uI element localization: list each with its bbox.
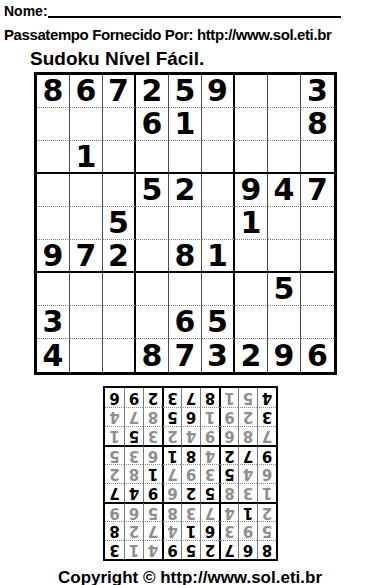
sudoku-cell [235, 141, 268, 174]
solution-cell: 7 [257, 426, 276, 445]
solution-cell: 5 [257, 521, 276, 540]
solution-cell: 4 [181, 426, 200, 445]
solution-cell: 8 [181, 445, 200, 464]
solution-cell: 6 [219, 426, 238, 445]
sudoku-cell [235, 240, 268, 273]
solution-cell: 8 [162, 502, 181, 521]
solution-cell: 9 [257, 445, 276, 464]
sudoku-cell [169, 273, 202, 306]
page-title: Sudoku Nível Fácil. [30, 48, 380, 70]
solution-cell: 2 [124, 521, 143, 540]
solution-cell: 1 [143, 464, 162, 483]
sudoku-cell: 2 [103, 240, 136, 273]
sudoku-cell [103, 339, 136, 372]
sudoku-cell [136, 306, 169, 339]
solution-cell: 5 [162, 407, 181, 426]
sudoku-cell [70, 273, 103, 306]
solution-cell: 5 [143, 502, 162, 521]
solution-cell: 4 [200, 445, 219, 464]
solution-grid: 8672594135936147282147385691385269476453… [103, 386, 278, 561]
sudoku-cell: 8 [136, 339, 169, 372]
sudoku-cell [268, 207, 301, 240]
sudoku-cell: 7 [169, 339, 202, 372]
sudoku-cell [268, 306, 301, 339]
solution-cell: 9 [143, 483, 162, 502]
solution-cell: 3 [181, 502, 200, 521]
solution-cell: 4 [105, 407, 124, 426]
sudoku-cell [202, 108, 235, 141]
sudoku-cell: 8 [169, 240, 202, 273]
solution-cell: 6 [105, 388, 124, 407]
sudoku-cell [301, 141, 334, 174]
sudoku-cell: 1 [169, 108, 202, 141]
solution-cell: 9 [238, 521, 257, 540]
solution-cell: 1 [238, 502, 257, 521]
sudoku-cell: 9 [268, 339, 301, 372]
sudoku-grid: 8672593618152947519728153654873296 [34, 72, 337, 375]
sudoku-cell: 8 [37, 75, 70, 108]
sudoku-cell: 5 [136, 174, 169, 207]
sudoku-cell [301, 273, 334, 306]
sudoku-cell [235, 273, 268, 306]
solution-cell: 3 [219, 521, 238, 540]
solution-cell: 9 [219, 407, 238, 426]
solution-cell: 6 [143, 445, 162, 464]
solution-cell: 2 [105, 464, 124, 483]
solution-cell: 7 [105, 483, 124, 502]
solution-cell: 4 [219, 502, 238, 521]
solution-cell: 9 [162, 540, 181, 559]
sudoku-cell [169, 141, 202, 174]
sudoku-cell: 3 [301, 75, 334, 108]
sudoku-cell: 7 [103, 75, 136, 108]
solution-cell: 2 [257, 502, 276, 521]
sudoku-cell [37, 174, 70, 207]
sudoku-cell: 2 [169, 174, 202, 207]
solution-cell: 3 [124, 445, 143, 464]
sudoku-cell [103, 273, 136, 306]
sudoku-cell: 6 [301, 339, 334, 372]
sudoku-cell [37, 141, 70, 174]
solution-cell: 5 [238, 388, 257, 407]
solution-grid-wrap: 8672594135936147282147385691385269476453… [103, 386, 278, 561]
sudoku-cell: 1 [70, 141, 103, 174]
sudoku-cell [136, 207, 169, 240]
provided-by-text: Passatempo Fornecido Por: http://www.sol… [4, 26, 378, 43]
sudoku-cell [268, 240, 301, 273]
sudoku-cell [37, 273, 70, 306]
solution-cell: 7 [219, 540, 238, 559]
solution-cell: 9 [200, 426, 219, 445]
sudoku-cell [202, 207, 235, 240]
solution-cell: 5 [105, 445, 124, 464]
sudoku-cell [103, 306, 136, 339]
sudoku-cell [70, 108, 103, 141]
sudoku-cell: 5 [169, 75, 202, 108]
solution-cell: 9 [181, 464, 200, 483]
sudoku-cell: 9 [202, 75, 235, 108]
solution-cell: 7 [238, 445, 257, 464]
sudoku-cell: 5 [202, 306, 235, 339]
solution-cell: 1 [124, 540, 143, 559]
sudoku-cell: 5 [103, 207, 136, 240]
sudoku-cell: 6 [70, 75, 103, 108]
sudoku-cell: 6 [136, 108, 169, 141]
solution-cell: 1 [181, 521, 200, 540]
solution-cell: 2 [181, 483, 200, 502]
sudoku-cell [301, 240, 334, 273]
solution-cell: 8 [124, 464, 143, 483]
sudoku-cell [103, 141, 136, 174]
solution-cell: 7 [200, 502, 219, 521]
sudoku-cell [268, 75, 301, 108]
solution-cell: 4 [257, 388, 276, 407]
solution-cell: 2 [143, 388, 162, 407]
sudoku-cell: 4 [268, 174, 301, 207]
sudoku-cell [136, 240, 169, 273]
solution-cell: 4 [124, 483, 143, 502]
sudoku-cell [169, 207, 202, 240]
solution-cell: 4 [238, 464, 257, 483]
solution-cell: 5 [181, 540, 200, 559]
sudoku-cell [70, 207, 103, 240]
solution-cell: 3 [200, 464, 219, 483]
solution-cell: 8 [219, 483, 238, 502]
solution-cell: 5 [124, 426, 143, 445]
solution-cell: 1 [162, 445, 181, 464]
sudoku-cell: 9 [37, 240, 70, 273]
solution-cell: 9 [124, 388, 143, 407]
solution-cell: 1 [257, 483, 276, 502]
sudoku-cell: 2 [235, 339, 268, 372]
sudoku-cell [70, 174, 103, 207]
solution-cell: 3 [162, 388, 181, 407]
sudoku-cell [136, 141, 169, 174]
sudoku-cell [268, 108, 301, 141]
sudoku-cell [235, 75, 268, 108]
copyright-text: Copyright © http://www.sol.eti.br [0, 568, 380, 585]
sudoku-cell: 3 [37, 306, 70, 339]
solution-cell: 6 [181, 407, 200, 426]
solution-cell: 9 [105, 502, 124, 521]
sudoku-cell [202, 174, 235, 207]
solution-cell: 1 [200, 407, 219, 426]
solution-cell: 7 [143, 521, 162, 540]
name-underline [48, 3, 341, 18]
solution-cell: 8 [200, 388, 219, 407]
name-row: Nome: [4, 3, 376, 18]
sudoku-cell [235, 108, 268, 141]
sudoku-cell: 6 [169, 306, 202, 339]
solution-cell: 2 [162, 426, 181, 445]
sudoku-cell: 1 [202, 240, 235, 273]
solution-cell: 6 [124, 502, 143, 521]
sudoku-cell [235, 306, 268, 339]
sudoku-cell [103, 174, 136, 207]
solution-cell: 3 [257, 407, 276, 426]
solution-cell: 2 [200, 540, 219, 559]
sudoku-cell [301, 306, 334, 339]
sudoku-cell: 4 [37, 339, 70, 372]
solution-cell: 3 [105, 540, 124, 559]
solution-cell: 8 [105, 521, 124, 540]
sudoku-cell: 1 [235, 207, 268, 240]
sudoku-cell: 8 [301, 108, 334, 141]
solution-cell: 7 [162, 464, 181, 483]
solution-cell: 6 [238, 540, 257, 559]
solution-cell: 8 [257, 540, 276, 559]
sudoku-cell [202, 273, 235, 306]
solution-cell: 5 [200, 483, 219, 502]
solution-cell: 3 [238, 483, 257, 502]
sudoku-cell [103, 108, 136, 141]
sudoku-cell: 7 [301, 174, 334, 207]
sudoku-cell: 3 [202, 339, 235, 372]
solution-cell: 1 [105, 426, 124, 445]
solution-cell: 4 [162, 521, 181, 540]
solution-cell: 6 [200, 521, 219, 540]
solution-cell: 3 [143, 426, 162, 445]
sudoku-cell [268, 141, 301, 174]
solution-cell: 6 [257, 464, 276, 483]
solution-cell: 1 [219, 388, 238, 407]
sudoku-cell: 2 [136, 75, 169, 108]
solution-cell: 4 [143, 540, 162, 559]
solution-cell: 5 [219, 464, 238, 483]
sudoku-cell [301, 207, 334, 240]
sudoku-cell [136, 273, 169, 306]
sudoku-cell [37, 108, 70, 141]
sudoku-cell [70, 339, 103, 372]
solution-cell: 2 [238, 407, 257, 426]
sudoku-cell: 9 [235, 174, 268, 207]
solution-cell: 7 [181, 388, 200, 407]
sudoku-cell [202, 141, 235, 174]
sudoku-cell [37, 207, 70, 240]
sudoku-cell [70, 306, 103, 339]
solution-cell: 8 [143, 407, 162, 426]
name-label: Nome: [4, 4, 48, 18]
solution-cell: 7 [124, 407, 143, 426]
solution-cell: 6 [162, 483, 181, 502]
solution-cell: 8 [238, 426, 257, 445]
solution-cell: 2 [219, 445, 238, 464]
sudoku-cell: 7 [70, 240, 103, 273]
sudoku-cell: 5 [268, 273, 301, 306]
